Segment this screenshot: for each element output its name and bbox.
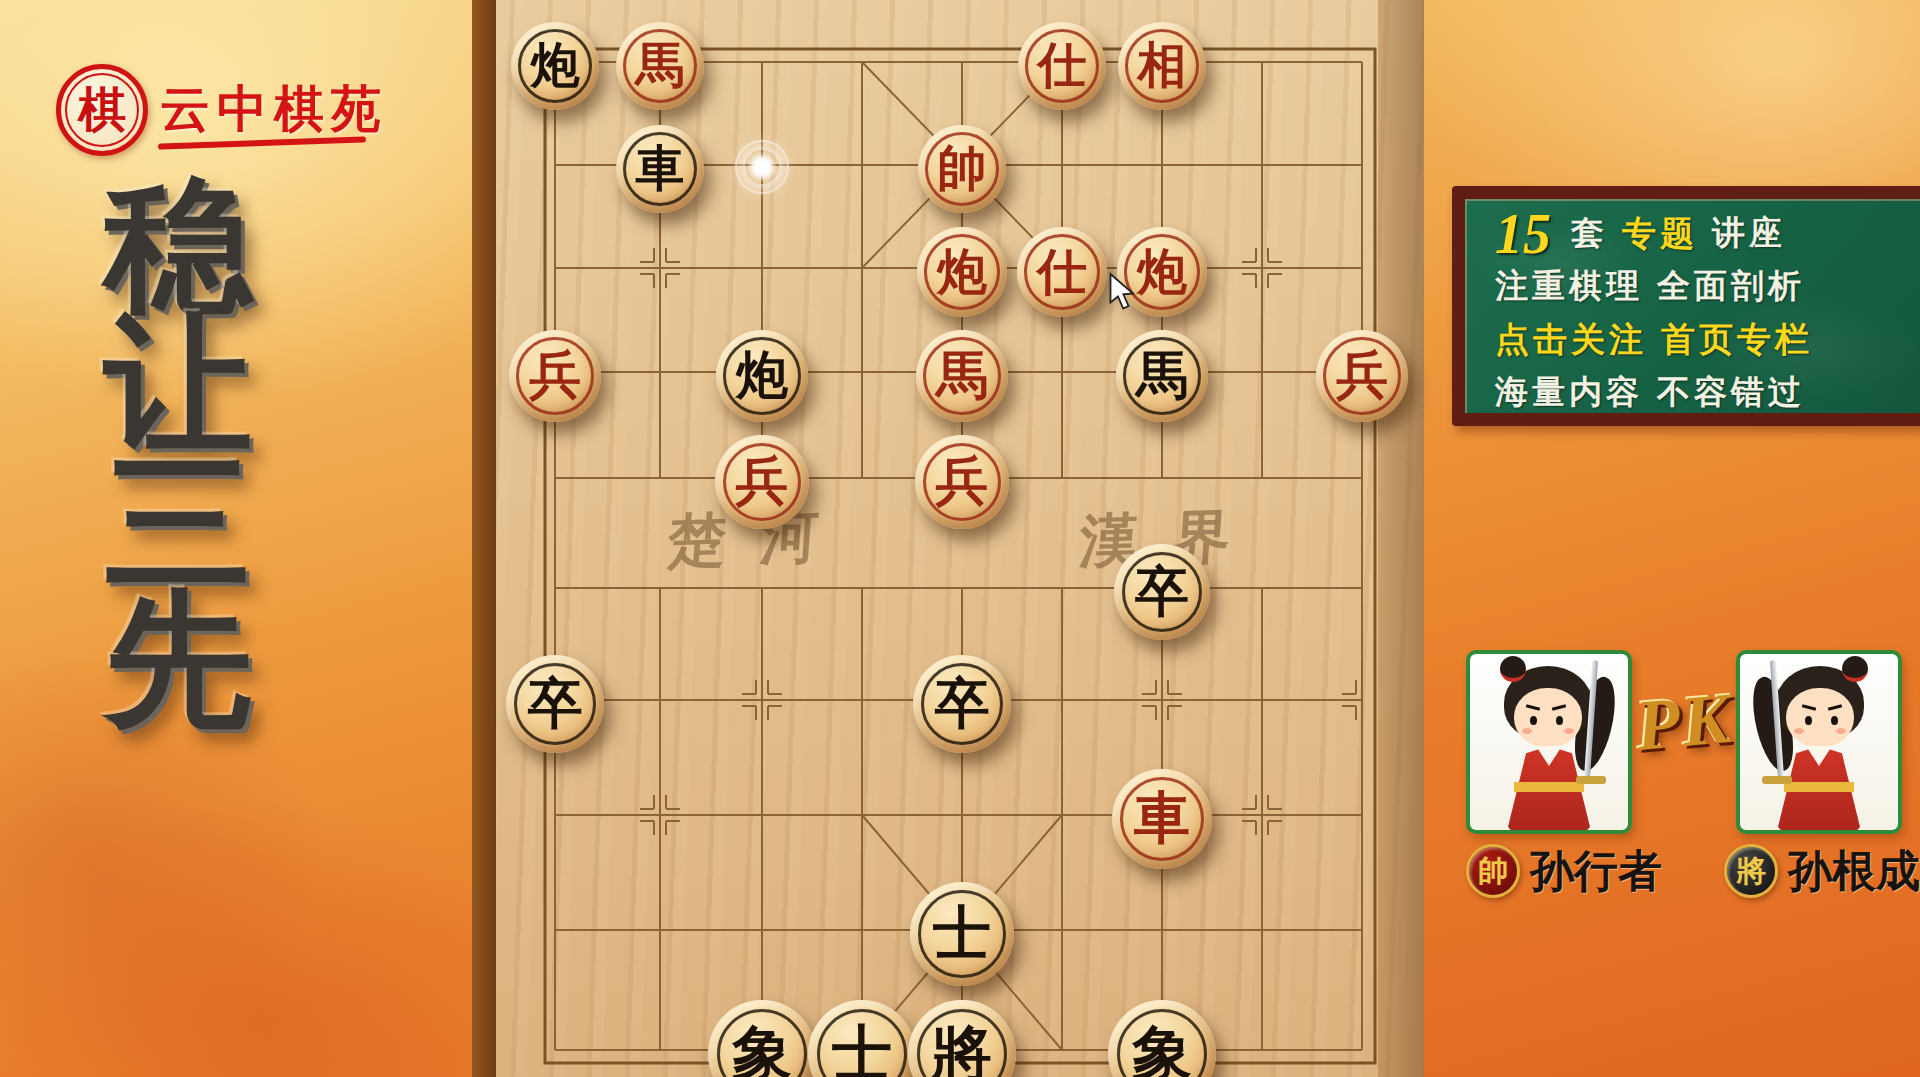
black-general-badge-icon: 將: [1724, 844, 1778, 898]
piece-glyph: 馬: [936, 341, 988, 411]
piece-black-炮[interactable]: 炮: [511, 22, 599, 110]
player-black-avatar: [1736, 650, 1902, 834]
chalkboard-count: 15: [1495, 202, 1551, 266]
piece-glyph: 帥: [938, 136, 987, 202]
piece-black-士[interactable]: 士: [910, 882, 1014, 986]
pk-versus-label: PK: [1624, 671, 1744, 772]
player-red-avatar: [1466, 650, 1632, 834]
piece-red-炮[interactable]: 炮: [917, 227, 1007, 317]
player-black-name: 孙根成: [1788, 842, 1920, 901]
chalkboard-text: 套: [1571, 211, 1608, 256]
piece-glyph: 兵: [936, 446, 989, 518]
piece-red-兵[interactable]: 兵: [509, 330, 601, 422]
piece-red-帥[interactable]: 帥: [918, 125, 1006, 213]
piece-red-相[interactable]: 相: [1118, 22, 1206, 110]
mouse-cursor: [1103, 272, 1139, 312]
chalkboard-text: 全面剖析: [1657, 264, 1805, 309]
piece-glyph: 車: [1134, 781, 1190, 857]
piece-glyph: 兵: [736, 446, 789, 518]
chalkboard-text: 专题: [1622, 211, 1698, 257]
piece-glyph: 卒: [528, 667, 583, 741]
board-margin: [1378, 0, 1424, 1077]
chalkboard-subscribe-text[interactable]: 点击关注: [1495, 317, 1647, 363]
piece-red-兵[interactable]: 兵: [915, 435, 1009, 529]
piece-black-卒[interactable]: 卒: [506, 655, 604, 753]
app-screen: 棋 云中棋苑 稳 让 三 先 楚河 漢界 炮馬仕相車帥炮仕炮兵炮馬馬兵兵兵卒卒卒…: [0, 0, 1920, 1077]
chalkboard-subscribe-text[interactable]: 首页专栏: [1661, 317, 1813, 363]
cartoon-swordgirl-icon: [1740, 654, 1898, 830]
piece-glyph: 象: [732, 1014, 792, 1077]
logo-emblem-char: 棋: [78, 78, 126, 142]
chalkboard-text: 注重棋理: [1495, 264, 1643, 309]
chalkboard-text: 讲座: [1712, 211, 1786, 256]
piece-black-馬[interactable]: 馬: [1116, 330, 1208, 422]
title-char: 先: [88, 592, 268, 730]
piece-red-車[interactable]: 車: [1112, 769, 1212, 869]
title-char: 稳: [88, 178, 268, 316]
player-red-name: 孙行者: [1530, 842, 1662, 901]
chalkboard-line-2: 注重棋理 全面剖析: [1495, 260, 1920, 313]
site-logo-emblem: 棋: [56, 64, 148, 156]
chalkboard-text: 海量内容: [1495, 370, 1643, 415]
piece-glyph: 炮: [531, 33, 580, 99]
piece-glyph: 卒: [1135, 556, 1189, 629]
piece-glyph: 士: [832, 1014, 892, 1077]
piece-glyph: 炮: [1137, 239, 1187, 306]
chalkboard-text: 不容错过: [1657, 370, 1805, 415]
piece-red-仕[interactable]: 仕: [1018, 22, 1106, 110]
site-logo-name: 云中棋苑: [160, 76, 388, 143]
title-char: 让: [88, 316, 268, 454]
piece-red-兵[interactable]: 兵: [1316, 330, 1408, 422]
chalkboard-line-1: 15 套 专题 讲座: [1495, 207, 1920, 260]
piece-glyph: 車: [636, 136, 685, 202]
last-move-highlight: [745, 150, 779, 184]
piece-black-卒[interactable]: 卒: [1114, 544, 1210, 640]
piece-glyph: 卒: [935, 667, 990, 741]
red-general-badge-icon: 帥: [1466, 844, 1520, 898]
piece-glyph: 將: [932, 1014, 992, 1077]
cartoon-swordgirl-icon: [1470, 654, 1628, 830]
piece-glyph: 兵: [1336, 341, 1388, 411]
promo-chalkboard: 15 套 专题 讲座 注重棋理 全面剖析 点击关注 首页专栏 海量内容 不容错过: [1452, 186, 1920, 426]
piece-red-馬[interactable]: 馬: [616, 22, 704, 110]
chalkboard-line-4: 海量内容 不容错过: [1495, 366, 1920, 419]
piece-black-卒[interactable]: 卒: [913, 655, 1011, 753]
piece-glyph: 炮: [736, 341, 788, 411]
handicap-title-vertical: 稳 让 三 先: [88, 178, 268, 730]
piece-black-炮[interactable]: 炮: [716, 330, 808, 422]
piece-glyph: 仕: [1037, 239, 1087, 306]
title-char: 三: [88, 454, 268, 592]
player-black-row: 將 孙根成: [1724, 842, 1920, 900]
piece-glyph: 象: [1132, 1014, 1192, 1077]
piece-glyph: 馬: [636, 33, 685, 99]
piece-glyph: 相: [1138, 33, 1187, 99]
player-red-row: 帥 孙行者: [1466, 842, 1662, 900]
piece-glyph: 仕: [1038, 33, 1087, 99]
piece-glyph: 兵: [529, 341, 581, 411]
piece-glyph: 炮: [937, 239, 987, 306]
piece-glyph: 士: [933, 895, 991, 973]
piece-red-兵[interactable]: 兵: [715, 435, 809, 529]
board-frame: [472, 0, 496, 1077]
piece-red-馬[interactable]: 馬: [916, 330, 1008, 422]
piece-red-仕[interactable]: 仕: [1017, 227, 1107, 317]
chalkboard-line-3: 点击关注 首页专栏: [1495, 313, 1920, 366]
piece-black-車[interactable]: 車: [616, 125, 704, 213]
piece-glyph: 馬: [1136, 341, 1188, 411]
